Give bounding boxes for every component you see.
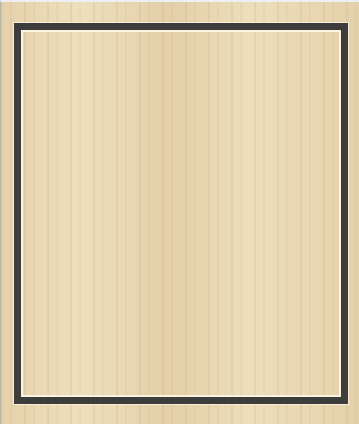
board-pieces[interactable] <box>6 14 357 413</box>
xiangqi-app <box>0 0 359 424</box>
